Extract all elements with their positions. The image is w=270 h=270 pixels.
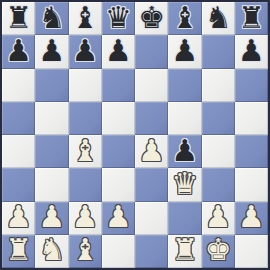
piece-black-king[interactable]: ♚ xyxy=(138,3,165,33)
square-g3[interactable] xyxy=(202,168,235,201)
square-f8[interactable]: ♝ xyxy=(168,2,201,35)
square-h2[interactable]: ♟ xyxy=(235,202,268,235)
square-a7[interactable]: ♟ xyxy=(2,35,35,68)
square-e6[interactable] xyxy=(135,69,168,102)
square-c5[interactable] xyxy=(69,102,102,135)
square-e8[interactable]: ♚ xyxy=(135,2,168,35)
square-e7[interactable] xyxy=(135,35,168,68)
square-f7[interactable]: ♟ xyxy=(168,35,201,68)
piece-white-queen[interactable]: ♛ xyxy=(171,169,198,199)
square-f1[interactable]: ♜ xyxy=(168,235,201,268)
square-e3[interactable] xyxy=(135,168,168,201)
square-h5[interactable] xyxy=(235,102,268,135)
piece-black-pawn[interactable]: ♟ xyxy=(72,36,99,66)
square-g4[interactable] xyxy=(202,135,235,168)
square-b5[interactable] xyxy=(35,102,68,135)
square-g1[interactable]: ♚ xyxy=(202,235,235,268)
square-a8[interactable]: ♜ xyxy=(2,2,35,35)
square-a1[interactable]: ♜ xyxy=(2,235,35,268)
square-d6[interactable] xyxy=(102,69,135,102)
piece-white-knight[interactable]: ♞ xyxy=(38,235,65,265)
square-c6[interactable] xyxy=(69,69,102,102)
piece-black-bishop[interactable]: ♝ xyxy=(72,3,99,33)
piece-black-pawn[interactable]: ♟ xyxy=(238,36,265,66)
piece-white-pawn[interactable]: ♟ xyxy=(5,202,32,232)
square-b6[interactable] xyxy=(35,69,68,102)
square-h3[interactable] xyxy=(235,168,268,201)
chess-board: ♜♞♝♛♚♝♞♜♟♟♟♟♟♟♝♟♟♛♟♟♟♟♟♟♜♞♝♜♚ xyxy=(0,0,270,270)
square-b1[interactable]: ♞ xyxy=(35,235,68,268)
piece-black-knight[interactable]: ♞ xyxy=(38,3,65,33)
piece-white-rook[interactable]: ♜ xyxy=(171,235,198,265)
square-c1[interactable]: ♝ xyxy=(69,235,102,268)
piece-white-king[interactable]: ♚ xyxy=(205,235,232,265)
piece-white-pawn[interactable]: ♟ xyxy=(138,136,165,166)
square-c7[interactable]: ♟ xyxy=(69,35,102,68)
piece-white-pawn[interactable]: ♟ xyxy=(238,202,265,232)
square-h6[interactable] xyxy=(235,69,268,102)
square-g5[interactable] xyxy=(202,102,235,135)
piece-black-rook[interactable]: ♜ xyxy=(5,3,32,33)
piece-black-pawn[interactable]: ♟ xyxy=(171,36,198,66)
square-d7[interactable]: ♟ xyxy=(102,35,135,68)
piece-black-pawn[interactable]: ♟ xyxy=(38,36,65,66)
square-d1[interactable] xyxy=(102,235,135,268)
square-a3[interactable] xyxy=(2,168,35,201)
square-e5[interactable] xyxy=(135,102,168,135)
piece-white-bishop[interactable]: ♝ xyxy=(72,136,99,166)
square-d5[interactable] xyxy=(102,102,135,135)
square-a5[interactable] xyxy=(2,102,35,135)
square-g8[interactable]: ♞ xyxy=(202,2,235,35)
piece-black-pawn[interactable]: ♟ xyxy=(5,36,32,66)
piece-white-pawn[interactable]: ♟ xyxy=(205,202,232,232)
square-f3[interactable]: ♛ xyxy=(168,168,201,201)
square-f6[interactable] xyxy=(168,69,201,102)
piece-black-pawn[interactable]: ♟ xyxy=(171,136,198,166)
square-f2[interactable] xyxy=(168,202,201,235)
piece-black-knight[interactable]: ♞ xyxy=(205,3,232,33)
chess-board-container: ♜♞♝♛♚♝♞♜♟♟♟♟♟♟♝♟♟♛♟♟♟♟♟♟♜♞♝♜♚ xyxy=(0,0,270,270)
piece-black-bishop[interactable]: ♝ xyxy=(171,3,198,33)
square-e1[interactable] xyxy=(135,235,168,268)
square-g2[interactable]: ♟ xyxy=(202,202,235,235)
square-a4[interactable] xyxy=(2,135,35,168)
square-d2[interactable]: ♟ xyxy=(102,202,135,235)
square-c2[interactable]: ♟ xyxy=(69,202,102,235)
square-b8[interactable]: ♞ xyxy=(35,2,68,35)
square-e4[interactable]: ♟ xyxy=(135,135,168,168)
piece-white-pawn[interactable]: ♟ xyxy=(72,202,99,232)
piece-black-pawn[interactable]: ♟ xyxy=(105,36,132,66)
square-b4[interactable] xyxy=(35,135,68,168)
square-a2[interactable]: ♟ xyxy=(2,202,35,235)
square-a6[interactable] xyxy=(2,69,35,102)
square-h1[interactable] xyxy=(235,235,268,268)
square-c4[interactable]: ♝ xyxy=(69,135,102,168)
square-d3[interactable] xyxy=(102,168,135,201)
square-f5[interactable] xyxy=(168,102,201,135)
square-g6[interactable] xyxy=(202,69,235,102)
square-e2[interactable] xyxy=(135,202,168,235)
square-c8[interactable]: ♝ xyxy=(69,2,102,35)
piece-black-rook[interactable]: ♜ xyxy=(238,3,265,33)
piece-white-bishop[interactable]: ♝ xyxy=(72,235,99,265)
piece-white-rook[interactable]: ♜ xyxy=(5,235,32,265)
square-h4[interactable] xyxy=(235,135,268,168)
square-b2[interactable]: ♟ xyxy=(35,202,68,235)
square-b3[interactable] xyxy=(35,168,68,201)
square-c3[interactable] xyxy=(69,168,102,201)
square-d4[interactable] xyxy=(102,135,135,168)
square-b7[interactable]: ♟ xyxy=(35,35,68,68)
square-f4[interactable]: ♟ xyxy=(168,135,201,168)
piece-white-pawn[interactable]: ♟ xyxy=(105,202,132,232)
square-h8[interactable]: ♜ xyxy=(235,2,268,35)
square-g7[interactable] xyxy=(202,35,235,68)
square-h7[interactable]: ♟ xyxy=(235,35,268,68)
piece-black-queen[interactable]: ♛ xyxy=(105,3,132,33)
square-d8[interactable]: ♛ xyxy=(102,2,135,35)
piece-white-pawn[interactable]: ♟ xyxy=(38,202,65,232)
